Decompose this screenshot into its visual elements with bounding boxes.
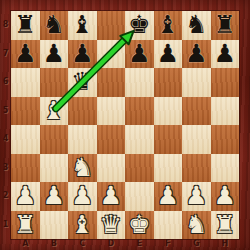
square-h8[interactable]: ♜	[211, 11, 240, 40]
square-c7[interactable]: ♟	[68, 40, 97, 69]
square-d8[interactable]	[97, 11, 126, 40]
square-e1[interactable]: ♚	[125, 211, 154, 240]
rank-label-3: 3	[0, 154, 11, 183]
rank-label-1: 1	[0, 211, 11, 240]
square-b2[interactable]: ♟	[40, 182, 69, 211]
square-h2[interactable]: ♟	[211, 182, 240, 211]
square-c1[interactable]: ♝	[68, 211, 97, 240]
square-d4[interactable]	[97, 125, 126, 154]
square-h7[interactable]: ♟	[211, 40, 240, 69]
square-e5[interactable]	[125, 97, 154, 126]
square-g8[interactable]: ♞	[182, 11, 211, 40]
piece-white-knight-c3[interactable]: ♞	[71, 154, 93, 182]
chessboard-window: ♜♞♝♚♝♞♜♟♟♟♟♟♟♟♛♝♞♟♟♟♟♟♟♟♜♝♛♚♞♜ 87654321 …	[0, 0, 250, 250]
piece-white-rook-h1[interactable]: ♜	[214, 211, 236, 239]
square-c4[interactable]	[68, 125, 97, 154]
piece-black-king-e8[interactable]: ♚	[128, 11, 150, 39]
piece-white-bishop-b5[interactable]: ♝	[43, 97, 65, 125]
square-h6[interactable]	[211, 68, 240, 97]
file-label-b: B	[40, 239, 69, 250]
square-a6[interactable]	[11, 68, 40, 97]
square-h5[interactable]	[211, 97, 240, 126]
square-d3[interactable]	[97, 154, 126, 183]
piece-white-knight-g1[interactable]: ♞	[185, 211, 207, 239]
square-f6[interactable]	[154, 68, 183, 97]
square-g4[interactable]	[182, 125, 211, 154]
square-d2[interactable]: ♟	[97, 182, 126, 211]
square-d5[interactable]	[97, 97, 126, 126]
square-a2[interactable]: ♟	[11, 182, 40, 211]
square-f3[interactable]	[154, 154, 183, 183]
square-a5[interactable]	[11, 97, 40, 126]
piece-black-bishop-c8[interactable]: ♝	[71, 11, 93, 39]
file-label-a: A	[11, 239, 40, 250]
piece-black-bishop-f8[interactable]: ♝	[157, 11, 179, 39]
square-g6[interactable]	[182, 68, 211, 97]
square-f8[interactable]: ♝	[154, 11, 183, 40]
piece-black-knight-b8[interactable]: ♞	[43, 11, 65, 39]
chess-board: ♜♞♝♚♝♞♜♟♟♟♟♟♟♟♛♝♞♟♟♟♟♟♟♟♜♝♛♚♞♜	[11, 11, 239, 239]
piece-white-pawn-f2[interactable]: ♟	[157, 182, 179, 210]
piece-black-pawn-g7[interactable]: ♟	[185, 40, 207, 68]
piece-black-pawn-a7[interactable]: ♟	[14, 40, 36, 68]
square-d1[interactable]: ♛	[97, 211, 126, 240]
square-f4[interactable]	[154, 125, 183, 154]
square-e8[interactable]: ♚	[125, 11, 154, 40]
square-f2[interactable]: ♟	[154, 182, 183, 211]
square-h1[interactable]: ♜	[211, 211, 240, 240]
piece-white-pawn-d2[interactable]: ♟	[100, 182, 122, 210]
piece-white-pawn-a2[interactable]: ♟	[14, 182, 36, 210]
rank-label-4: 4	[0, 125, 11, 154]
square-g7[interactable]: ♟	[182, 40, 211, 69]
file-label-g: G	[182, 239, 211, 250]
square-a4[interactable]	[11, 125, 40, 154]
square-f5[interactable]	[154, 97, 183, 126]
square-g2[interactable]: ♟	[182, 182, 211, 211]
file-label-c: C	[68, 239, 97, 250]
square-e3[interactable]	[125, 154, 154, 183]
square-b7[interactable]: ♟	[40, 40, 69, 69]
rank-label-7: 7	[0, 40, 11, 69]
square-d7[interactable]	[97, 40, 126, 69]
piece-white-pawn-b2[interactable]: ♟	[43, 182, 65, 210]
file-label-d: D	[97, 239, 126, 250]
square-g5[interactable]	[182, 97, 211, 126]
square-d6[interactable]	[97, 68, 126, 97]
piece-black-queen-c6[interactable]: ♛	[71, 68, 93, 96]
square-c3[interactable]: ♞	[68, 154, 97, 183]
rank-label-2: 2	[0, 182, 11, 211]
square-a7[interactable]: ♟	[11, 40, 40, 69]
square-a1[interactable]: ♜	[11, 211, 40, 240]
square-b4[interactable]	[40, 125, 69, 154]
piece-black-pawn-h7[interactable]: ♟	[214, 40, 236, 68]
piece-white-pawn-c2[interactable]: ♟	[71, 182, 93, 210]
square-e7[interactable]: ♟	[125, 40, 154, 69]
rank-label-6: 6	[0, 68, 11, 97]
piece-black-pawn-f7[interactable]: ♟	[157, 40, 179, 68]
square-g3[interactable]	[182, 154, 211, 183]
piece-white-king-e1[interactable]: ♚	[128, 211, 150, 239]
file-label-f: F	[154, 239, 183, 250]
square-b8[interactable]: ♞	[40, 11, 69, 40]
piece-black-pawn-c7[interactable]: ♟	[71, 40, 93, 68]
piece-black-rook-a8[interactable]: ♜	[14, 11, 36, 39]
square-a3[interactable]	[11, 154, 40, 183]
piece-white-pawn-h2[interactable]: ♟	[214, 182, 236, 210]
square-h3[interactable]	[211, 154, 240, 183]
rank-label-8: 8	[0, 11, 11, 40]
square-f1[interactable]	[154, 211, 183, 240]
piece-white-rook-a1[interactable]: ♜	[14, 211, 36, 239]
piece-black-pawn-b7[interactable]: ♟	[43, 40, 65, 68]
square-c6[interactable]: ♛	[68, 68, 97, 97]
square-b5[interactable]: ♝	[40, 97, 69, 126]
piece-white-queen-d1[interactable]: ♛	[100, 211, 122, 239]
square-e2[interactable]	[125, 182, 154, 211]
piece-white-bishop-c1[interactable]: ♝	[71, 211, 93, 239]
piece-black-rook-h8[interactable]: ♜	[214, 11, 236, 39]
square-a8[interactable]: ♜	[11, 11, 40, 40]
square-b3[interactable]	[40, 154, 69, 183]
file-label-h: H	[211, 239, 240, 250]
square-c2[interactable]: ♟	[68, 182, 97, 211]
square-f7[interactable]: ♟	[154, 40, 183, 69]
piece-black-pawn-e7[interactable]: ♟	[128, 40, 150, 68]
file-label-e: E	[125, 239, 154, 250]
square-b6[interactable]	[40, 68, 69, 97]
square-g1[interactable]: ♞	[182, 211, 211, 240]
square-b1[interactable]	[40, 211, 69, 240]
square-c8[interactable]: ♝	[68, 11, 97, 40]
square-c5[interactable]	[68, 97, 97, 126]
piece-black-knight-g8[interactable]: ♞	[185, 11, 207, 39]
square-e4[interactable]	[125, 125, 154, 154]
rank-label-5: 5	[0, 97, 11, 126]
square-h4[interactable]	[211, 125, 240, 154]
square-e6[interactable]	[125, 68, 154, 97]
piece-white-pawn-g2[interactable]: ♟	[185, 182, 207, 210]
